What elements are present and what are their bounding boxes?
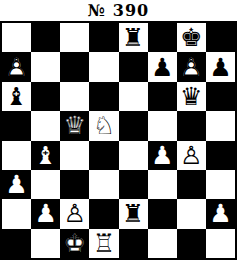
black-pawn: ♟ [209, 55, 231, 80]
square-h5 [206, 111, 235, 140]
square-d7 [89, 52, 118, 81]
square-e3 [119, 170, 148, 199]
black-king: ♚ [180, 25, 202, 50]
square-c8 [60, 23, 89, 52]
square-d2 [89, 199, 118, 228]
square-d8 [89, 23, 118, 52]
puzzle-number: № 390 [0, 0, 237, 21]
square-b3 [31, 170, 60, 199]
black-queen: ♛ [180, 84, 202, 109]
square-b6 [31, 82, 60, 111]
white-queen: ♛♕ [64, 113, 86, 138]
square-f3 [148, 170, 177, 199]
square-h3 [206, 170, 235, 199]
square-d5: ♘ [89, 111, 118, 140]
square-a2 [2, 199, 31, 228]
square-a7: ♟♙ [2, 52, 31, 81]
white-king: ♚♔ [64, 231, 86, 256]
square-c1: ♚♔ [60, 229, 89, 258]
square-g5 [177, 111, 206, 140]
square-c5: ♛♕ [60, 111, 89, 140]
square-f5 [148, 111, 177, 140]
square-d6 [89, 82, 118, 111]
square-b8 [31, 23, 60, 52]
square-h7: ♟ [206, 52, 235, 81]
square-a3: ♟ [2, 170, 31, 199]
square-g8: ♚ [177, 23, 206, 52]
square-f2 [148, 199, 177, 228]
square-g7: ♟♙ [177, 52, 206, 81]
square-h4 [206, 141, 235, 170]
black-pawn: ♟ [209, 201, 231, 226]
white-pawn: ♟♙ [180, 55, 202, 80]
square-a1 [2, 229, 31, 258]
square-e4 [119, 141, 148, 170]
square-b7 [31, 52, 60, 81]
square-f4: ♟ [148, 141, 177, 170]
square-a8 [2, 23, 31, 52]
square-e5 [119, 111, 148, 140]
square-b1 [31, 229, 60, 258]
square-a5 [2, 111, 31, 140]
square-c7 [60, 52, 89, 81]
square-c6 [60, 82, 89, 111]
square-g2 [177, 199, 206, 228]
square-e6 [119, 82, 148, 111]
black-rook: ♜ [122, 201, 144, 226]
black-rook: ♜ [122, 25, 144, 50]
black-pawn: ♟ [151, 55, 173, 80]
square-h8 [206, 23, 235, 52]
square-e2: ♜ [119, 199, 148, 228]
square-g1 [177, 229, 206, 258]
white-pawn: ♙ [64, 201, 86, 226]
square-d1: ♖ [89, 229, 118, 258]
square-h1 [206, 229, 235, 258]
square-g3 [177, 170, 206, 199]
square-g4: ♙ [177, 141, 206, 170]
square-b4: ♝ [31, 141, 60, 170]
square-c2: ♙ [60, 199, 89, 228]
square-e8: ♜ [119, 23, 148, 52]
square-f6 [148, 82, 177, 111]
white-rook: ♖ [93, 231, 115, 256]
square-f8 [148, 23, 177, 52]
black-pawn: ♟ [34, 201, 56, 226]
white-pawn: ♙ [180, 143, 202, 168]
square-c4 [60, 141, 89, 170]
square-e1 [119, 229, 148, 258]
white-pawn: ♟♙ [5, 55, 27, 80]
black-bishop: ♝ [34, 143, 56, 168]
white-knight: ♘ [93, 113, 115, 138]
square-e7 [119, 52, 148, 81]
square-b2: ♟ [31, 199, 60, 228]
square-a4 [2, 141, 31, 170]
square-d4 [89, 141, 118, 170]
square-d3 [89, 170, 118, 199]
square-f1 [148, 229, 177, 258]
black-pawn: ♟ [151, 143, 173, 168]
square-a6: ♝ [2, 82, 31, 111]
black-pawn: ♟ [5, 172, 27, 197]
square-b5 [31, 111, 60, 140]
chess-board: ♜♚♟♙♟♟♙♟♝♛♛♕♘♝♟♙♟♟♙♜♟♚♔♖ [0, 21, 237, 260]
black-bishop: ♝ [5, 84, 27, 109]
square-h2: ♟ [206, 199, 235, 228]
square-h6 [206, 82, 235, 111]
square-c3 [60, 170, 89, 199]
square-g6: ♛ [177, 82, 206, 111]
square-f7: ♟ [148, 52, 177, 81]
